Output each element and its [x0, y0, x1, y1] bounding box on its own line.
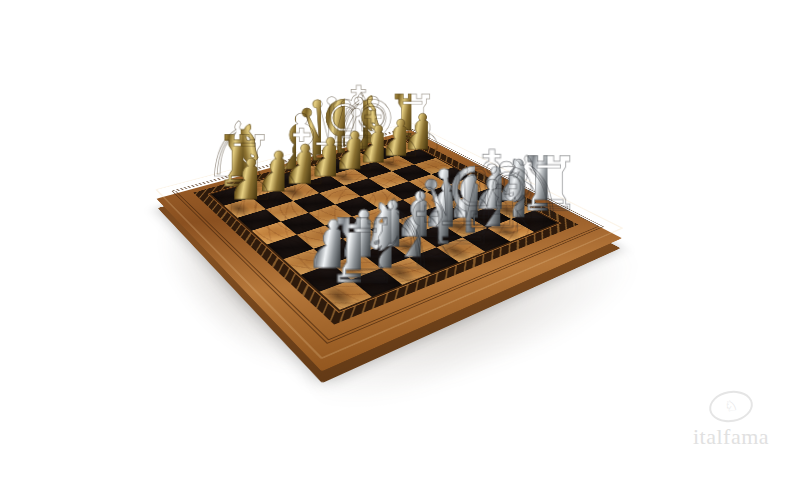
- silver-rook-glyph: ♜: [323, 207, 361, 295]
- italfama-emblem-oval: ♘: [707, 387, 756, 425]
- italfama-brand-text: italfama: [681, 424, 781, 450]
- knight-emblem-icon: ♘: [723, 398, 739, 415]
- chess-set-product-photo: ♜♞♝♛♚♝♞♜♟♟♟♟♟♟♟♟♟♟♟♟♟♟♟♟♜♞♝♛♚♝♞♜ ♘ italf…: [0, 0, 800, 492]
- italfama-watermark: ♘ italfama: [681, 391, 781, 450]
- gold-pawn-glyph: ♟: [226, 152, 257, 208]
